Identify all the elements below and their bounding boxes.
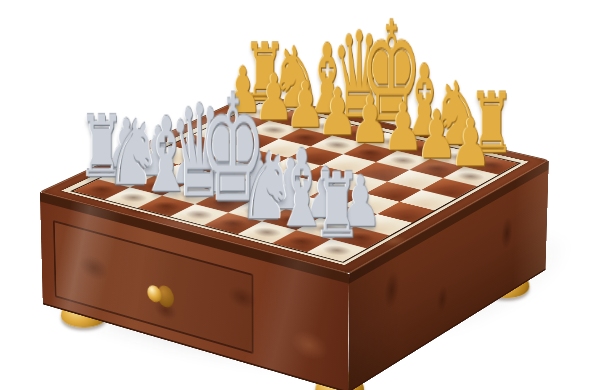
pawn-glyph: ♟ [450, 111, 491, 177]
scene-3d: ♜♞♝♛♚♝♞♜♟♟♟♟♟♟♟♟♟♟♟♟♟♟♟♟♜♞♝♛♚♞♝♜ [0, 0, 594, 390]
drawer-front[interactable] [53, 220, 253, 354]
product-photo-stage: ♜♞♝♛♚♝♞♜♟♟♟♟♟♟♟♟♟♟♟♟♟♟♟♟♜♞♝♛♚♞♝♜ [0, 0, 594, 390]
rook-glyph: ♜ [312, 162, 361, 251]
chess-box: ♜♞♝♛♚♝♞♜♟♟♟♟♟♟♟♟♟♟♟♟♟♟♟♟♜♞♝♛♚♞♝♜ [38, 92, 550, 274]
square-h1[interactable]: ♜ [307, 239, 366, 261]
